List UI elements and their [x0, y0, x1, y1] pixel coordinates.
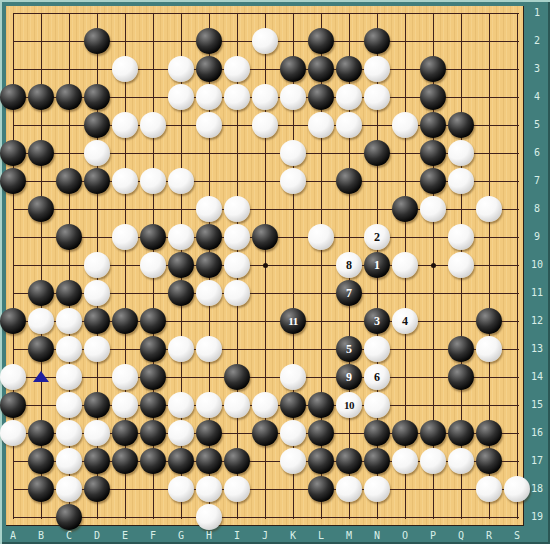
black-stone-B8 — [28, 196, 54, 222]
col-label-D: D — [83, 529, 111, 543]
white-stone-E3 — [112, 56, 138, 82]
black-stone-A4 — [0, 84, 26, 110]
white-stone-F7 — [140, 168, 166, 194]
black-stone-R16 — [476, 420, 502, 446]
white-stone-N13 — [364, 336, 390, 362]
white-stone-D13 — [84, 336, 110, 362]
black-stone-P16 — [420, 420, 446, 446]
black-stone-P7 — [420, 168, 446, 194]
move-9-stone-M14: 9 — [336, 364, 362, 390]
row-label-3: 3 — [526, 63, 548, 75]
col-label-J: J — [251, 529, 279, 543]
black-stone-Q14 — [448, 364, 474, 390]
white-stone-E15 — [112, 392, 138, 418]
white-stone-N3 — [364, 56, 390, 82]
white-stone-G16 — [168, 420, 194, 446]
white-stone-P8 — [420, 196, 446, 222]
row-label-8: 8 — [526, 203, 548, 215]
black-stone-B13 — [28, 336, 54, 362]
white-stone-G7 — [168, 168, 194, 194]
black-stone-B18 — [28, 476, 54, 502]
white-stone-C18 — [56, 476, 82, 502]
white-stone-D16 — [84, 420, 110, 446]
white-stone-C14 — [56, 364, 82, 390]
black-stone-O8 — [392, 196, 418, 222]
black-stone-Q13 — [448, 336, 474, 362]
black-stone-L3 — [308, 56, 334, 82]
black-stone-N2 — [364, 28, 390, 54]
col-label-K: K — [279, 529, 307, 543]
black-stone-F16 — [140, 420, 166, 446]
white-stone-K7 — [280, 168, 306, 194]
white-stone-D10 — [84, 252, 110, 278]
col-label-E: E — [111, 529, 139, 543]
white-stone-Q9 — [448, 224, 474, 250]
white-stone-Q7 — [448, 168, 474, 194]
black-stone-F13 — [140, 336, 166, 362]
white-stone-C15 — [56, 392, 82, 418]
move-4-stone-O12: 4 — [392, 308, 418, 334]
black-stone-F9 — [140, 224, 166, 250]
white-stone-A14 — [0, 364, 26, 390]
triangle-marker-B14 — [33, 371, 49, 382]
white-stone-I18 — [224, 476, 250, 502]
black-stone-M17 — [336, 448, 362, 474]
move-7-stone-M11: 7 — [336, 280, 362, 306]
row-label-7: 7 — [526, 175, 548, 187]
white-stone-M5 — [336, 112, 362, 138]
white-stone-H18 — [196, 476, 222, 502]
black-stone-B16 — [28, 420, 54, 446]
white-stone-J5 — [252, 112, 278, 138]
white-stone-N18 — [364, 476, 390, 502]
go-board-window: 2817113459610 ABCDEFGHIJKLMNOPQRS 123456… — [0, 0, 550, 544]
black-stone-C4 — [56, 84, 82, 110]
white-stone-I4 — [224, 84, 250, 110]
white-stone-C17 — [56, 448, 82, 474]
col-label-L: L — [307, 529, 335, 543]
star-point-P10 — [431, 263, 436, 268]
black-stone-A6 — [0, 140, 26, 166]
black-stone-K15 — [280, 392, 306, 418]
black-stone-A7 — [0, 168, 26, 194]
white-stone-C12 — [56, 308, 82, 334]
white-stone-G4 — [168, 84, 194, 110]
white-stone-E14 — [112, 364, 138, 390]
white-stone-H5 — [196, 112, 222, 138]
white-stone-I8 — [224, 196, 250, 222]
white-stone-C16 — [56, 420, 82, 446]
black-stone-F12 — [140, 308, 166, 334]
goban: 2817113459610 — [6, 6, 524, 526]
board-grid[interactable]: 2817113459610 — [13, 13, 519, 519]
black-stone-L17 — [308, 448, 334, 474]
white-stone-N4 — [364, 84, 390, 110]
white-stone-H8 — [196, 196, 222, 222]
row-label-17: 17 — [526, 455, 548, 467]
black-stone-N6 — [364, 140, 390, 166]
black-stone-C11 — [56, 280, 82, 306]
white-stone-L5 — [308, 112, 334, 138]
white-stone-I3 — [224, 56, 250, 82]
black-stone-A12 — [0, 308, 26, 334]
white-stone-G15 — [168, 392, 194, 418]
white-stone-K17 — [280, 448, 306, 474]
white-stone-L9 — [308, 224, 334, 250]
black-stone-D4 — [84, 84, 110, 110]
white-stone-E5 — [112, 112, 138, 138]
row-label-6: 6 — [526, 147, 548, 159]
black-stone-H16 — [196, 420, 222, 446]
black-stone-I17 — [224, 448, 250, 474]
black-stone-H9 — [196, 224, 222, 250]
black-stone-Q16 — [448, 420, 474, 446]
white-stone-E9 — [112, 224, 138, 250]
row-label-16: 16 — [526, 427, 548, 439]
black-stone-F15 — [140, 392, 166, 418]
col-label-I: I — [223, 529, 251, 543]
white-stone-K14 — [280, 364, 306, 390]
black-stone-P3 — [420, 56, 446, 82]
black-stone-G11 — [168, 280, 194, 306]
white-stone-P17 — [420, 448, 446, 474]
white-stone-G3 — [168, 56, 194, 82]
black-stone-H17 — [196, 448, 222, 474]
row-label-1: 1 — [526, 7, 548, 19]
col-label-A: A — [0, 529, 27, 543]
star-point-J10 — [263, 263, 268, 268]
black-stone-H2 — [196, 28, 222, 54]
black-stone-L16 — [308, 420, 334, 446]
white-stone-K4 — [280, 84, 306, 110]
col-label-R: R — [475, 529, 503, 543]
white-stone-R8 — [476, 196, 502, 222]
black-stone-Q5 — [448, 112, 474, 138]
white-stone-K16 — [280, 420, 306, 446]
black-stone-F17 — [140, 448, 166, 474]
row-label-15: 15 — [526, 399, 548, 411]
white-stone-J15 — [252, 392, 278, 418]
black-stone-N17 — [364, 448, 390, 474]
white-stone-M4 — [336, 84, 362, 110]
row-label-4: 4 — [526, 91, 548, 103]
white-stone-J2 — [252, 28, 278, 54]
row-label-18: 18 — [526, 483, 548, 495]
white-stone-I15 — [224, 392, 250, 418]
move-5-stone-M13: 5 — [336, 336, 362, 362]
col-label-F: F — [139, 529, 167, 543]
row-label-5: 5 — [526, 119, 548, 131]
row-label-9: 9 — [526, 231, 548, 243]
col-label-P: P — [419, 529, 447, 543]
white-stone-N15 — [364, 392, 390, 418]
white-stone-Q6 — [448, 140, 474, 166]
white-stone-G9 — [168, 224, 194, 250]
white-stone-F10 — [140, 252, 166, 278]
black-stone-E12 — [112, 308, 138, 334]
row-label-10: 10 — [526, 259, 548, 271]
white-stone-Q10 — [448, 252, 474, 278]
black-stone-B6 — [28, 140, 54, 166]
white-stone-H19 — [196, 504, 222, 530]
black-stone-E16 — [112, 420, 138, 446]
black-stone-J9 — [252, 224, 278, 250]
white-stone-R13 — [476, 336, 502, 362]
move-8-stone-M10: 8 — [336, 252, 362, 278]
black-stone-H3 — [196, 56, 222, 82]
white-stone-Q17 — [448, 448, 474, 474]
black-stone-A15 — [0, 392, 26, 418]
white-stone-H11 — [196, 280, 222, 306]
black-stone-M3 — [336, 56, 362, 82]
col-label-B: B — [27, 529, 55, 543]
black-stone-P4 — [420, 84, 446, 110]
white-stone-G13 — [168, 336, 194, 362]
black-stone-B4 — [28, 84, 54, 110]
row-label-11: 11 — [526, 287, 548, 299]
black-stone-H10 — [196, 252, 222, 278]
white-stone-J4 — [252, 84, 278, 110]
white-stone-C13 — [56, 336, 82, 362]
white-stone-E7 — [112, 168, 138, 194]
black-stone-L18 — [308, 476, 334, 502]
col-label-S: S — [503, 529, 531, 543]
black-stone-D12 — [84, 308, 110, 334]
white-stone-K6 — [280, 140, 306, 166]
white-stone-I10 — [224, 252, 250, 278]
move-11-stone-K12: 11 — [280, 308, 306, 334]
black-stone-K3 — [280, 56, 306, 82]
white-stone-O5 — [392, 112, 418, 138]
black-stone-D17 — [84, 448, 110, 474]
white-stone-O10 — [392, 252, 418, 278]
black-stone-B17 — [28, 448, 54, 474]
black-stone-M7 — [336, 168, 362, 194]
white-stone-G18 — [168, 476, 194, 502]
black-stone-I14 — [224, 364, 250, 390]
move-2-stone-N9: 2 — [364, 224, 390, 250]
black-stone-D15 — [84, 392, 110, 418]
black-stone-D5 — [84, 112, 110, 138]
white-stone-H4 — [196, 84, 222, 110]
col-label-N: N — [363, 529, 391, 543]
row-label-12: 12 — [526, 315, 548, 327]
black-stone-B11 — [28, 280, 54, 306]
white-stone-R18 — [476, 476, 502, 502]
white-stone-O17 — [392, 448, 418, 474]
white-stone-A16 — [0, 420, 26, 446]
white-stone-H13 — [196, 336, 222, 362]
white-stone-F5 — [140, 112, 166, 138]
black-stone-R17 — [476, 448, 502, 474]
black-stone-L15 — [308, 392, 334, 418]
move-3-stone-N12: 3 — [364, 308, 390, 334]
black-stone-P5 — [420, 112, 446, 138]
white-stone-I11 — [224, 280, 250, 306]
row-label-14: 14 — [526, 371, 548, 383]
move-10-stone-M15: 10 — [336, 392, 362, 418]
move-1-stone-N10: 1 — [364, 252, 390, 278]
black-stone-N16 — [364, 420, 390, 446]
col-label-Q: Q — [447, 529, 475, 543]
black-stone-D2 — [84, 28, 110, 54]
black-stone-G17 — [168, 448, 194, 474]
col-label-O: O — [391, 529, 419, 543]
black-stone-D7 — [84, 168, 110, 194]
col-label-G: G — [167, 529, 195, 543]
white-stone-D11 — [84, 280, 110, 306]
black-stone-R12 — [476, 308, 502, 334]
black-stone-G10 — [168, 252, 194, 278]
black-stone-O16 — [392, 420, 418, 446]
black-stone-C9 — [56, 224, 82, 250]
col-label-C: C — [55, 529, 83, 543]
col-label-H: H — [195, 529, 223, 543]
black-stone-L2 — [308, 28, 334, 54]
black-stone-C19 — [56, 504, 82, 530]
black-stone-L4 — [308, 84, 334, 110]
black-stone-C7 — [56, 168, 82, 194]
row-label-19: 19 — [526, 511, 548, 523]
row-label-2: 2 — [526, 35, 548, 47]
black-stone-J16 — [252, 420, 278, 446]
move-6-stone-N14: 6 — [364, 364, 390, 390]
row-label-13: 13 — [526, 343, 548, 355]
white-stone-D6 — [84, 140, 110, 166]
white-stone-B12 — [28, 308, 54, 334]
white-stone-M18 — [336, 476, 362, 502]
col-label-M: M — [335, 529, 363, 543]
black-stone-D18 — [84, 476, 110, 502]
white-stone-H15 — [196, 392, 222, 418]
black-stone-F14 — [140, 364, 166, 390]
white-stone-I9 — [224, 224, 250, 250]
black-stone-E17 — [112, 448, 138, 474]
black-stone-P6 — [420, 140, 446, 166]
